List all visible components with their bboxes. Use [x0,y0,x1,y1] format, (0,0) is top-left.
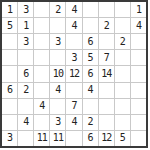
grid-cell[interactable]: 4 [66,115,81,130]
grid-cell[interactable]: 12 [66,66,81,81]
grid-cell[interactable] [115,50,130,65]
grid-cell[interactable]: 6 [18,66,33,81]
grid-cell[interactable] [99,83,114,98]
grid-cell[interactable] [34,2,49,17]
grid-cell[interactable] [2,50,17,65]
grid-cell[interactable]: 6 [2,83,17,98]
grid-cell[interactable]: 2 [83,115,98,130]
grid-cell[interactable]: 5 [2,18,17,33]
grid-cell[interactable]: 7 [66,99,81,114]
grid-cell[interactable] [115,115,130,130]
grid-cell[interactable]: 2 [99,18,114,33]
grid-cell[interactable]: 4 [66,2,81,17]
grid-cell[interactable] [18,99,33,114]
grid-cell[interactable]: 1 [2,2,17,17]
grid-cell[interactable]: 11 [50,131,65,146]
grid-cell[interactable] [50,50,65,65]
grid-cell[interactable] [50,99,65,114]
grid-cell[interactable] [66,34,81,49]
grid-cell[interactable]: 3 [2,131,17,146]
grid-cell[interactable]: 6 [83,34,98,49]
grid-cell[interactable] [131,83,146,98]
grid-cell[interactable]: 3 [50,34,65,49]
grid-cell[interactable]: 4 [66,18,81,33]
grid-cell[interactable]: 2 [50,2,65,17]
grid-cell[interactable] [66,131,81,146]
grid-cell[interactable]: 2 [115,34,130,49]
grid-cell[interactable] [2,115,17,130]
grid-cell[interactable]: 5 [83,50,98,65]
grid-cell[interactable] [131,50,146,65]
grid-cell[interactable]: 1 [131,2,146,17]
grid-cell[interactable] [99,34,114,49]
grid-cell[interactable]: 4 [18,115,33,130]
grid-cell[interactable] [34,115,49,130]
grid-cell[interactable] [2,99,17,114]
grid-cell[interactable]: 3 [66,50,81,65]
grid-cell[interactable] [83,2,98,17]
grid-cell[interactable]: 6 [83,66,98,81]
grid-cell[interactable] [34,18,49,33]
grid-cell[interactable]: 3 [50,115,65,130]
grid-cell[interactable]: 5 [115,131,130,146]
grid-cell[interactable] [131,99,146,114]
grid-cell[interactable] [2,66,17,81]
grid-cell[interactable] [2,34,17,49]
grid-cell[interactable]: 4 [83,83,98,98]
grid-cell[interactable] [115,2,130,17]
grid-cell[interactable] [34,34,49,49]
grid-cell[interactable] [115,99,130,114]
grid-cell[interactable] [115,66,130,81]
grid-cell[interactable] [131,115,146,130]
grid-cell[interactable] [99,99,114,114]
grid-cell[interactable]: 6 [83,131,98,146]
grid-cell[interactable]: 7 [99,50,114,65]
grid-cell[interactable] [50,18,65,33]
grid-cell[interactable]: 11 [34,131,49,146]
grid-cell[interactable] [115,83,130,98]
grid-cell[interactable]: 4 [50,83,65,98]
grid-cell[interactable] [83,18,98,33]
grid-cell[interactable]: 3 [18,34,33,49]
grid-cell[interactable] [131,131,146,146]
grid-cell[interactable] [83,99,98,114]
grid-cell[interactable] [131,34,146,49]
grid-cell[interactable]: 10 [50,66,65,81]
grid-cell[interactable] [115,18,130,33]
grid-cell[interactable] [34,66,49,81]
grid-cell[interactable] [131,66,146,81]
grid-cell[interactable]: 2 [18,83,33,98]
grid-cell[interactable] [34,50,49,65]
grid-cell[interactable] [66,83,81,98]
grid-cell[interactable]: 1 [18,18,33,33]
grid-cell[interactable] [99,115,114,130]
grid-cell[interactable] [18,131,33,146]
grid-cell[interactable] [34,83,49,98]
grid-cell[interactable] [18,50,33,65]
grid-cell[interactable] [99,2,114,17]
grid-cell[interactable]: 3 [18,2,33,17]
grid-cell[interactable]: 4 [34,99,49,114]
grid-cell[interactable]: 14 [99,66,114,81]
puzzle-board: 1324151424336235761012614624447434231111… [0,0,148,148]
grid-cell[interactable]: 4 [131,18,146,33]
grid-cell[interactable]: 12 [99,131,114,146]
